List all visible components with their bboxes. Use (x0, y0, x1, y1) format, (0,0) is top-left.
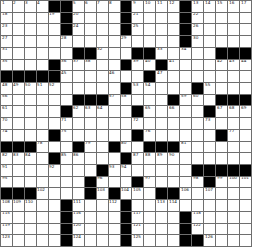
cell-r8-c19[interactable] (216, 83, 227, 94)
cell-r17-c19[interactable] (216, 188, 227, 199)
cell-r15-c2[interactable] (13, 165, 24, 176)
cell-r4-c15[interactable] (168, 36, 179, 47)
cell-r9-c13[interactable] (144, 95, 155, 106)
cell-r1-c4[interactable]: 4 (37, 1, 48, 12)
cell-r5-c6[interactable] (61, 48, 72, 59)
cell-r20-c1[interactable]: 119 (1, 224, 12, 235)
cell-r14-c15[interactable]: 90 (168, 153, 179, 164)
cell-r4-c18[interactable] (204, 36, 215, 47)
cell-r17-c18[interactable]: 107 (204, 188, 215, 199)
cell-r14-c17[interactable] (192, 153, 203, 164)
cell-r21-c9[interactable] (97, 235, 108, 246)
cell-r2-c17[interactable]: 22 (192, 13, 203, 24)
cell-r2-c5[interactable]: 19 (49, 13, 60, 24)
cell-r21-c10[interactable] (109, 235, 120, 246)
cell-r14-c8[interactable] (85, 153, 96, 164)
cell-r8-c20[interactable] (228, 83, 239, 94)
cell-r16-c10[interactable] (109, 177, 120, 188)
cell-r7-c8[interactable] (85, 71, 96, 82)
cell-r5-c10[interactable] (109, 48, 120, 59)
cell-r14-c1[interactable]: 82 (1, 153, 12, 164)
cell-r12-c15[interactable] (168, 130, 179, 141)
cell-r14-c19[interactable] (216, 153, 227, 164)
cell-r9-c10[interactable]: 57 (109, 95, 120, 106)
cell-r6-c13[interactable]: 40 (144, 60, 155, 71)
cell-r6-c15[interactable]: 41 (168, 60, 179, 71)
cell-r20-c2[interactable] (13, 224, 24, 235)
cell-r1-c12[interactable]: 9 (132, 1, 143, 12)
cell-r16-c14[interactable] (156, 177, 167, 188)
cell-r10-c15[interactable]: 66 (168, 106, 179, 117)
cell-r14-c18[interactable] (204, 153, 215, 164)
cell-r14-c2[interactable]: 83 (13, 153, 24, 164)
cell-r2-c18[interactable] (204, 13, 215, 24)
cell-r18-c9[interactable] (97, 200, 108, 211)
cell-r19-c3[interactable] (25, 212, 36, 223)
cell-r21-c15[interactable] (168, 235, 179, 246)
cell-r7-c19[interactable] (216, 71, 227, 82)
cell-r16-c7[interactable] (73, 177, 84, 188)
cell-r20-c20[interactable] (228, 224, 239, 235)
cell-r8-c3[interactable]: 50 (25, 83, 36, 94)
cell-r1-c20[interactable]: 16 (228, 1, 239, 12)
cell-r14-c10[interactable] (109, 153, 120, 164)
cell-r15-c16[interactable] (180, 165, 191, 176)
cell-r4-c9[interactable] (97, 36, 108, 47)
cell-r10-c7[interactable]: 62 (73, 106, 84, 117)
cell-r21-c3[interactable] (25, 235, 36, 246)
cell-r17-c5[interactable] (49, 188, 60, 199)
cell-r16-c3[interactable] (25, 177, 36, 188)
cell-r3-c4[interactable] (37, 24, 48, 35)
cell-r12-c16[interactable] (180, 130, 191, 141)
cell-r12-c8[interactable] (85, 130, 96, 141)
cell-r10-c13[interactable]: 65 (144, 106, 155, 117)
cell-r1-c14[interactable]: 11 (156, 1, 167, 12)
cell-r11-c19[interactable] (216, 118, 227, 129)
cell-r11-c2[interactable] (13, 118, 24, 129)
cell-r21-c20[interactable] (228, 235, 239, 246)
cell-r13-c12[interactable] (132, 142, 143, 153)
cell-r10-c20[interactable]: 68 (228, 106, 239, 117)
cell-r20-c18[interactable] (204, 224, 215, 235)
cell-r10-c8[interactable]: 63 (85, 106, 96, 117)
cell-r11-c6[interactable]: 71 (61, 118, 72, 129)
cell-r15-c8[interactable] (85, 165, 96, 176)
cell-r3-c5[interactable] (49, 24, 60, 35)
cell-r5-c11[interactable] (121, 48, 132, 59)
cell-r10-c5[interactable] (49, 106, 60, 117)
cell-r9-c14[interactable] (156, 95, 167, 106)
cell-r11-c8[interactable] (85, 118, 96, 129)
cell-r8-c13[interactable]: 54 (144, 83, 155, 94)
cell-r3-c15[interactable] (168, 24, 179, 35)
cell-r13-c6[interactable] (61, 142, 72, 153)
cell-r1-c3[interactable]: 3 (25, 1, 36, 12)
cell-r16-c6[interactable] (61, 177, 72, 188)
cell-r11-c12[interactable]: 72 (132, 118, 143, 129)
cell-r12-c3[interactable] (25, 130, 36, 141)
cell-r2-c8[interactable] (85, 13, 96, 24)
cell-r20-c19[interactable] (216, 224, 227, 235)
cell-r4-c5[interactable] (49, 36, 60, 47)
cell-r7-c10[interactable]: 46 (109, 71, 120, 82)
cell-r19-c5[interactable] (49, 212, 60, 223)
cell-r14-c13[interactable]: 88 (144, 153, 155, 164)
cell-r20-c17[interactable]: 122 (192, 224, 203, 235)
cell-r14-c21[interactable] (240, 153, 251, 164)
cell-r18-c12[interactable] (132, 200, 143, 211)
cell-r12-c1[interactable]: 74 (1, 130, 12, 141)
cell-r16-c2[interactable] (13, 177, 24, 188)
cell-r21-c2[interactable] (13, 235, 24, 246)
cell-r4-c12[interactable] (132, 36, 143, 47)
cell-r20-c21[interactable] (240, 224, 251, 235)
cell-r10-c21[interactable]: 69 (240, 106, 251, 117)
cell-r3-c12[interactable]: 25 (132, 24, 143, 35)
cell-r8-c15[interactable] (168, 83, 179, 94)
cell-r11-c14[interactable] (156, 118, 167, 129)
cell-r2-c15[interactable] (168, 13, 179, 24)
cell-r19-c12[interactable]: 117 (132, 212, 143, 223)
cell-r3-c3[interactable] (25, 24, 36, 35)
cell-r20-c12[interactable]: 121 (132, 224, 143, 235)
cell-r3-c1[interactable]: 23 (1, 24, 12, 35)
cell-r6-c21[interactable]: 44 (240, 60, 251, 71)
cell-r14-c12[interactable]: 87 (132, 153, 143, 164)
cell-r18-c4[interactable] (37, 200, 48, 211)
cell-r15-c4[interactable] (37, 165, 48, 176)
cell-r7-c6[interactable]: 45 (61, 71, 72, 82)
cell-r3-c17[interactable]: 26 (192, 24, 203, 35)
cell-r21-c8[interactable] (85, 235, 96, 246)
cell-r17-c7[interactable] (73, 188, 84, 199)
cell-r13-c20[interactable] (228, 142, 239, 153)
cell-r11-c21[interactable] (240, 118, 251, 129)
cell-r15-c3[interactable] (25, 165, 36, 176)
cell-r10-c17[interactable] (192, 106, 203, 117)
cell-r9-c4[interactable] (37, 95, 48, 106)
cell-r8-c9[interactable] (97, 83, 108, 94)
cell-r19-c19[interactable] (216, 212, 227, 223)
cell-r16-c1[interactable]: 95 (1, 177, 12, 188)
cell-r19-c10[interactable] (109, 212, 120, 223)
cell-r11-c5[interactable] (49, 118, 60, 129)
cell-r16-c5[interactable] (49, 177, 60, 188)
cell-r1-c13[interactable]: 10 (144, 1, 155, 12)
cell-r12-c13[interactable]: 76 (144, 130, 155, 141)
cell-r15-c6[interactable] (61, 165, 72, 176)
cell-r21-c7[interactable]: 124 (73, 235, 84, 246)
cell-r6-c9[interactable] (97, 60, 108, 71)
cell-r3-c14[interactable] (156, 24, 167, 35)
cell-r16-c15[interactable] (168, 177, 179, 188)
cell-r10-c2[interactable] (13, 106, 24, 117)
cell-r20-c5[interactable] (49, 224, 60, 235)
cell-r10-c10[interactable] (109, 106, 120, 117)
cell-r2-c4[interactable] (37, 13, 48, 24)
cell-r13-c21[interactable] (240, 142, 251, 153)
cell-r15-c12[interactable] (132, 165, 143, 176)
cell-r6-c20[interactable]: 43 (228, 60, 239, 71)
cell-r4-c1[interactable]: 27 (1, 36, 12, 47)
cell-r19-c9[interactable] (97, 212, 108, 223)
cell-r18-c14[interactable]: 113 (156, 200, 167, 211)
cell-r21-c18[interactable]: 126 (204, 235, 215, 246)
cell-r6-c8[interactable]: 38 (85, 60, 96, 71)
cell-r4-c4[interactable] (37, 36, 48, 47)
cell-r16-c9[interactable]: 96 (97, 177, 108, 188)
cell-r20-c3[interactable] (25, 224, 36, 235)
cell-r2-c3[interactable] (25, 13, 36, 24)
cell-r8-c16[interactable] (180, 83, 191, 94)
cell-r18-c16[interactable] (180, 200, 191, 211)
cell-r3-c10[interactable] (109, 24, 120, 35)
cell-r7-c20[interactable] (228, 71, 239, 82)
cell-r17-c21[interactable] (240, 188, 251, 199)
cell-r8-c6[interactable] (61, 83, 72, 94)
cell-r7-c15[interactable] (168, 71, 179, 82)
cell-r10-c9[interactable]: 64 (97, 106, 108, 117)
cell-r18-c15[interactable]: 114 (168, 200, 179, 211)
cell-r20-c14[interactable] (156, 224, 167, 235)
cell-r5-c16[interactable]: 34 (180, 48, 191, 59)
cell-r8-c1[interactable]: 48 (1, 83, 12, 94)
cell-r7-c11[interactable] (121, 71, 132, 82)
cell-r15-c13[interactable] (144, 165, 155, 176)
cell-r8-c2[interactable]: 49 (13, 83, 24, 94)
cell-r8-c14[interactable] (156, 83, 167, 94)
cell-r12-c9[interactable] (97, 130, 108, 141)
cell-r11-c17[interactable] (192, 118, 203, 129)
cell-r14-c3[interactable]: 84 (25, 153, 36, 164)
cell-r18-c2[interactable]: 109 (13, 200, 24, 211)
cell-r15-c15[interactable] (168, 165, 179, 176)
cell-r11-c15[interactable] (168, 118, 179, 129)
cell-r11-c4[interactable] (37, 118, 48, 129)
cell-r9-c5[interactable] (49, 95, 60, 106)
cell-r8-c7[interactable] (73, 83, 84, 94)
cell-r20-c7[interactable]: 120 (73, 224, 84, 235)
cell-r4-c13[interactable] (144, 36, 155, 47)
cell-r6-c1[interactable]: 35 (1, 60, 12, 71)
cell-r13-c4[interactable]: 78 (37, 142, 48, 153)
cell-r8-c8[interactable] (85, 83, 96, 94)
cell-r16-c20[interactable]: 100 (228, 177, 239, 188)
cell-r3-c7[interactable]: 24 (73, 24, 84, 35)
cell-r18-c21[interactable] (240, 200, 251, 211)
cell-r11-c10[interactable] (109, 118, 120, 129)
cell-r10-c14[interactable] (156, 106, 167, 117)
cell-r11-c3[interactable] (25, 118, 36, 129)
cell-r1-c17[interactable]: 13 (192, 1, 203, 12)
cell-r13-c5[interactable] (49, 142, 60, 153)
cell-r4-c20[interactable] (228, 36, 239, 47)
cell-r17-c16[interactable]: 106 (180, 188, 191, 199)
cell-r8-c12[interactable]: 53 (132, 83, 143, 94)
cell-r12-c17[interactable] (192, 130, 203, 141)
cell-r9-c16[interactable]: 59 (180, 95, 191, 106)
cell-r8-c21[interactable] (240, 83, 251, 94)
cell-r1-c19[interactable]: 15 (216, 1, 227, 12)
cell-r3-c19[interactable] (216, 24, 227, 35)
cell-r21-c5[interactable] (49, 235, 60, 246)
cell-r4-c8[interactable] (85, 36, 96, 47)
cell-r18-c20[interactable] (228, 200, 239, 211)
cell-r5-c5[interactable] (49, 48, 60, 59)
cell-r15-c1[interactable]: 91 (1, 165, 12, 176)
cell-r1-c15[interactable]: 12 (168, 1, 179, 12)
cell-r6-c18[interactable] (204, 60, 215, 71)
cell-r10-c4[interactable] (37, 106, 48, 117)
cell-r1-c7[interactable]: 5 (73, 1, 84, 12)
cell-r12-c20[interactable]: 77 (228, 130, 239, 141)
cell-r19-c17[interactable]: 118 (192, 212, 203, 223)
cell-r17-c4[interactable]: 102 (37, 188, 48, 199)
cell-r2-c7[interactable]: 20 (73, 13, 84, 24)
cell-r11-c7[interactable] (73, 118, 84, 129)
cell-r3-c21[interactable] (240, 24, 251, 35)
cell-r12-c18[interactable] (204, 130, 215, 141)
cell-r12-c2[interactable] (13, 130, 24, 141)
cell-r6-c6[interactable]: 36 (61, 60, 72, 71)
cell-r10-c19[interactable]: 67 (216, 106, 227, 117)
cell-r15-c7[interactable] (73, 165, 84, 176)
cell-r9-c2[interactable] (13, 95, 24, 106)
cell-r16-c17[interactable]: 98 (192, 177, 203, 188)
cell-r8-c10[interactable] (109, 83, 120, 94)
cell-r8-c5[interactable]: 52 (49, 83, 60, 94)
cell-r17-c11[interactable]: 104 (121, 188, 132, 199)
cell-r12-c4[interactable] (37, 130, 48, 141)
cell-r9-c6[interactable] (61, 95, 72, 106)
cell-r17-c13[interactable] (144, 188, 155, 199)
cell-r11-c20[interactable] (228, 118, 239, 129)
cell-r10-c1[interactable]: 61 (1, 106, 12, 117)
cell-r4-c11[interactable]: 29 (121, 36, 132, 47)
cell-r4-c17[interactable]: 30 (192, 36, 203, 47)
cell-r10-c16[interactable] (180, 106, 191, 117)
cell-r12-c21[interactable] (240, 130, 251, 141)
cell-r21-c19[interactable] (216, 235, 227, 246)
cell-r12-c10[interactable] (109, 130, 120, 141)
cell-r15-c14[interactable] (156, 165, 167, 176)
cell-r19-c14[interactable] (156, 212, 167, 223)
cell-r12-c11[interactable] (121, 130, 132, 141)
cell-r13-c19[interactable] (216, 142, 227, 153)
cell-r5-c18[interactable] (204, 48, 215, 59)
cell-r18-c19[interactable] (216, 200, 227, 211)
cell-r5-c3[interactable] (25, 48, 36, 59)
cell-r18-c13[interactable] (144, 200, 155, 211)
cell-r18-c1[interactable]: 108 (1, 200, 12, 211)
cell-r1-c8[interactable]: 6 (85, 1, 96, 12)
cell-r17-c9[interactable]: 103 (97, 188, 108, 199)
cell-r4-c3[interactable] (25, 36, 36, 47)
cell-r16-c13[interactable]: 97 (144, 177, 155, 188)
cell-r20-c10[interactable] (109, 224, 120, 235)
cell-r5-c4[interactable] (37, 48, 48, 59)
cell-r4-c14[interactable] (156, 36, 167, 47)
cell-r7-c21[interactable] (240, 71, 251, 82)
cell-r10-c3[interactable] (25, 106, 36, 117)
cell-r7-c18[interactable] (204, 71, 215, 82)
cell-r4-c21[interactable] (240, 36, 251, 47)
cell-r1-c2[interactable]: 2 (13, 1, 24, 12)
cell-r6-c19[interactable]: 42 (216, 60, 227, 71)
cell-r16-c19[interactable]: 99 (216, 177, 227, 188)
cell-r1-c9[interactable]: 7 (97, 1, 108, 12)
cell-r4-c6[interactable]: 28 (61, 36, 72, 47)
cell-r10-c11[interactable] (121, 106, 132, 117)
cell-r11-c18[interactable]: 73 (204, 118, 215, 129)
cell-r15-c10[interactable]: 93 (109, 165, 120, 176)
cell-r8-c18[interactable]: 55 (204, 83, 215, 94)
cell-r4-c19[interactable] (216, 36, 227, 47)
cell-r17-c20[interactable] (228, 188, 239, 199)
cell-r6-c12[interactable]: 39 (132, 60, 143, 71)
cell-r2-c1[interactable]: 18 (1, 13, 12, 24)
cell-r3-c20[interactable] (228, 24, 239, 35)
cell-r6-c17[interactable] (192, 60, 203, 71)
cell-r9-c12[interactable] (132, 95, 143, 106)
cell-r7-c16[interactable] (180, 71, 191, 82)
cell-r5-c17[interactable] (192, 48, 203, 59)
cell-r5-c14[interactable]: 33 (156, 48, 167, 59)
cell-r5-c9[interactable]: 32 (97, 48, 108, 59)
cell-r2-c9[interactable] (97, 13, 108, 24)
cell-r9-c17[interactable]: 60 (192, 95, 203, 106)
cell-r11-c1[interactable]: 70 (1, 118, 12, 129)
cell-r12-c7[interactable] (73, 130, 84, 141)
cell-r4-c10[interactable] (109, 36, 120, 47)
cell-r20-c13[interactable] (144, 224, 155, 235)
cell-r13-c17[interactable] (192, 142, 203, 153)
cell-r19-c8[interactable] (85, 212, 96, 223)
cell-r4-c2[interactable] (13, 36, 24, 47)
cell-r14-c16[interactable] (180, 153, 191, 164)
cell-r14-c20[interactable] (228, 153, 239, 164)
cell-r21-c14[interactable] (156, 235, 167, 246)
cell-r3-c13[interactable] (144, 24, 155, 35)
cell-r16-c11[interactable] (121, 177, 132, 188)
cell-r2-c14[interactable] (156, 13, 167, 24)
cell-r7-c14[interactable]: 47 (156, 71, 167, 82)
cell-r3-c2[interactable] (13, 24, 24, 35)
cell-r21-c13[interactable] (144, 235, 155, 246)
cell-r6-c7[interactable]: 37 (73, 60, 84, 71)
cell-r9-c3[interactable] (25, 95, 36, 106)
cell-r19-c2[interactable] (13, 212, 24, 223)
cell-r7-c7[interactable] (73, 71, 84, 82)
cell-r13-c18[interactable] (204, 142, 215, 153)
cell-r18-c3[interactable]: 110 (25, 200, 36, 211)
cell-r3-c8[interactable] (85, 24, 96, 35)
cell-r20-c15[interactable] (168, 224, 179, 235)
cell-r6-c3[interactable] (25, 60, 36, 71)
cell-r8-c4[interactable]: 51 (37, 83, 48, 94)
cell-r6-c16[interactable] (180, 60, 191, 71)
cell-r14-c7[interactable]: 86 (73, 153, 84, 164)
cell-r17-c6[interactable] (61, 188, 72, 199)
cell-r9-c11[interactable]: 58 (121, 95, 132, 106)
cell-r14-c14[interactable]: 89 (156, 153, 167, 164)
cell-r2-c10[interactable] (109, 13, 120, 24)
cell-r5-c15[interactable] (168, 48, 179, 59)
cell-r3-c18[interactable] (204, 24, 215, 35)
cell-r6-c4[interactable] (37, 60, 48, 71)
cell-r13-c8[interactable]: 79 (85, 142, 96, 153)
